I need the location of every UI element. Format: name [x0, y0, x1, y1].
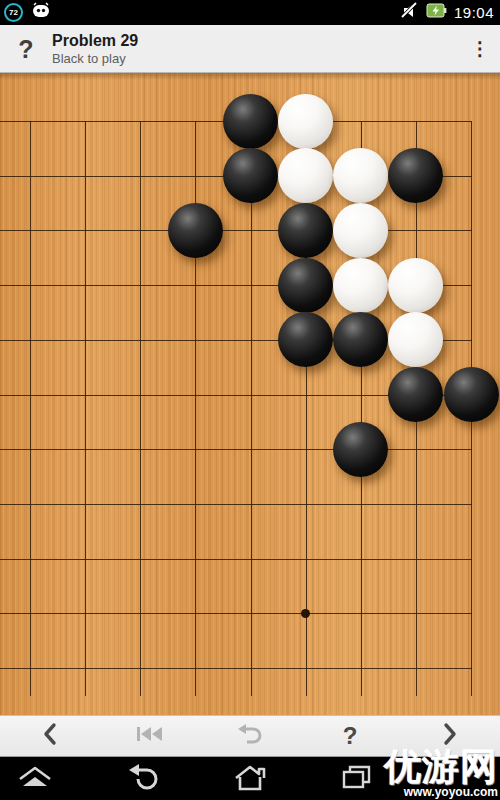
- battery-percent-circle-icon: 72: [4, 3, 23, 22]
- bottom-toolbar: ?: [0, 715, 500, 757]
- chevron-left-icon: [41, 722, 59, 750]
- stone-black[interactable]: [278, 258, 333, 313]
- go-to-start-button[interactable]: [100, 716, 200, 756]
- stone-white[interactable]: [388, 258, 443, 313]
- app-screen: 72: [0, 0, 500, 800]
- grid-line-horizontal: [0, 449, 472, 450]
- stone-white[interactable]: [333, 258, 388, 313]
- stone-white[interactable]: [388, 312, 443, 367]
- battery-charging-icon: [426, 2, 447, 23]
- stone-black[interactable]: [388, 148, 443, 203]
- status-clock: 19:04: [454, 4, 496, 21]
- stone-black[interactable]: [278, 312, 333, 367]
- question-mark-icon: ?: [343, 716, 358, 756]
- page-subtitle: Black to play: [52, 51, 460, 66]
- grid-line-vertical: [251, 121, 252, 696]
- previous-move-button[interactable]: [0, 716, 100, 756]
- action-bar: ? Problem 29 Black to play ⋮: [0, 25, 500, 73]
- grid-line-horizontal: [0, 504, 472, 505]
- grid-line-vertical: [85, 121, 86, 696]
- status-bar: 72: [0, 0, 500, 25]
- rewind-to-start-icon: [135, 724, 165, 748]
- stone-black[interactable]: [333, 312, 388, 367]
- grid-line-vertical: [140, 121, 141, 696]
- stone-black[interactable]: [168, 203, 223, 258]
- watermark-url: www.yoyou.com: [384, 786, 498, 800]
- house-icon: [232, 763, 268, 795]
- back-button[interactable]: [108, 757, 178, 800]
- help-question-icon[interactable]: ?: [0, 25, 52, 73]
- board-star-point: [301, 609, 310, 618]
- page-title: Problem 29: [52, 32, 460, 50]
- volume-muted-icon: [401, 2, 419, 23]
- overflow-menu-icon[interactable]: ⋮: [460, 25, 500, 73]
- double-chevron-up-icon: [15, 764, 55, 794]
- small-apps-button[interactable]: [0, 757, 70, 800]
- hint-button[interactable]: ?: [300, 716, 400, 756]
- title-block: Problem 29 Black to play: [52, 32, 460, 66]
- back-curved-arrow-icon: [126, 763, 160, 795]
- robot-notification-icon: [30, 2, 52, 23]
- stone-black[interactable]: [278, 203, 333, 258]
- stone-black[interactable]: [223, 94, 278, 149]
- undo-arrow-icon: [237, 723, 263, 749]
- home-button[interactable]: [215, 757, 285, 800]
- overlapping-windows-icon: [341, 764, 373, 794]
- recents-button[interactable]: [322, 757, 392, 800]
- stone-white[interactable]: [333, 148, 388, 203]
- grid-line-horizontal: [0, 559, 472, 560]
- next-move-button[interactable]: [400, 716, 500, 756]
- undo-button[interactable]: [200, 716, 300, 756]
- grid-line-horizontal: [0, 230, 472, 231]
- grid-line-horizontal: [0, 668, 472, 669]
- stone-white[interactable]: [333, 203, 388, 258]
- stone-black[interactable]: [223, 148, 278, 203]
- stone-white[interactable]: [278, 148, 333, 203]
- go-board[interactable]: [0, 73, 500, 715]
- stone-black[interactable]: [444, 367, 499, 422]
- grid-line-vertical: [30, 121, 31, 696]
- grid-line-horizontal: [0, 613, 472, 614]
- stone-black[interactable]: [388, 367, 443, 422]
- android-navbar: 优游网 www.yoyou.com: [0, 757, 500, 800]
- chevron-right-icon: [441, 722, 459, 750]
- stone-white[interactable]: [278, 94, 333, 149]
- stone-black[interactable]: [333, 422, 388, 477]
